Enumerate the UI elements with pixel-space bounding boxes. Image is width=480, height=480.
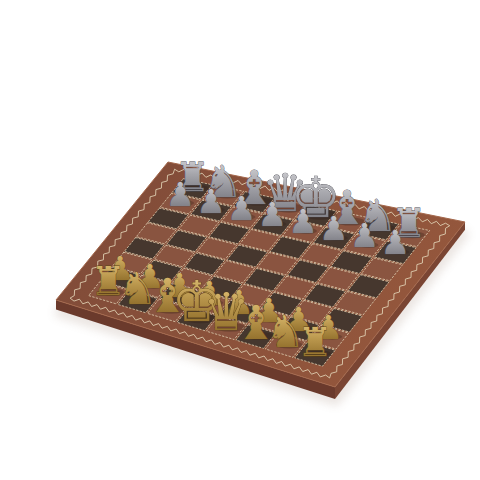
chess-board: ♜♞♝♛♚♝♞♜♟♟♟♟♟♟♟♟♟♟♟♟♟♟♟♟♜♞♝♚♛♝♞♜: [0, 0, 480, 480]
piece-silver-pawn-d7[interactable]: ♟: [258, 195, 288, 234]
piece-silver-pawn-e7[interactable]: ♟: [288, 202, 318, 241]
piece-brass-rook-h1[interactable]: ♜: [297, 319, 333, 365]
piece-silver-pawn-f7[interactable]: ♟: [319, 209, 349, 248]
piece-silver-pawn-c7[interactable]: ♟: [227, 189, 257, 228]
piece-silver-pawn-g7[interactable]: ♟: [350, 216, 380, 255]
piece-silver-pawn-h7[interactable]: ♟: [381, 223, 411, 262]
piece-silver-pawn-a7[interactable]: ♟: [165, 175, 195, 214]
chess-set-photo: ♜♞♝♛♚♝♞♜♟♟♟♟♟♟♟♟♟♟♟♟♟♟♟♟♜♞♝♚♛♝♞♜: [0, 0, 480, 480]
piece-silver-pawn-b7[interactable]: ♟: [196, 182, 226, 221]
